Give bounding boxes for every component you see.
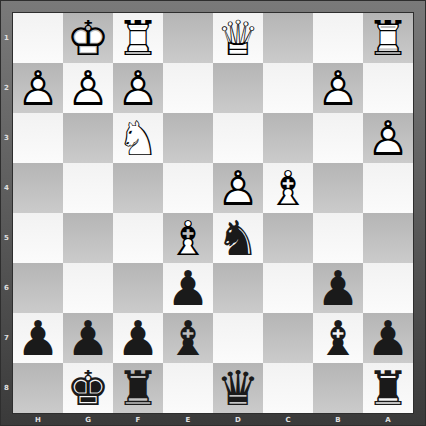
square-h8[interactable]	[13, 363, 63, 413]
white-pawn-b2[interactable]: ♟♙	[313, 63, 363, 113]
rank-label-5: 5	[0, 213, 13, 263]
white-pawn-g2[interactable]: ♟♙	[63, 63, 113, 113]
square-d8[interactable]: ♛	[213, 363, 263, 413]
file-label-a: A	[363, 413, 413, 426]
white-rook-a1[interactable]: ♜♖	[363, 13, 413, 63]
square-e6[interactable]: ♟	[163, 263, 213, 313]
black-bishop-e7[interactable]: ♝	[163, 313, 213, 363]
square-a4[interactable]	[363, 163, 413, 213]
piece-glyph: ♙	[63, 63, 113, 113]
square-d4[interactable]: ♟♙	[213, 163, 263, 213]
file-label-e: E	[163, 413, 213, 426]
square-b3[interactable]	[313, 113, 363, 163]
square-e7[interactable]: ♝	[163, 313, 213, 363]
chess-board-frame: 12345678 ♚♔♜♖♛♕♜♖♟♙♟♙♟♙♟♙♞♘♟♙♟♙♝♗♝♗♞♟♟♟♟…	[0, 0, 426, 426]
square-c8[interactable]	[263, 363, 313, 413]
black-pawn-f7[interactable]: ♟	[113, 313, 163, 363]
white-queen-d1[interactable]: ♛♕	[213, 13, 263, 63]
piece-glyph: ♙	[213, 163, 263, 213]
piece-glyph: ♘	[113, 113, 163, 163]
square-e2[interactable]	[163, 63, 213, 113]
piece-glyph: ♝	[313, 313, 363, 363]
square-e5[interactable]: ♝♗	[163, 213, 213, 263]
piece-glyph: ♕	[213, 13, 263, 63]
piece-glyph: ♚	[63, 363, 113, 413]
file-label-h: H	[13, 413, 63, 426]
white-pawn-f2[interactable]: ♟♙	[113, 63, 163, 113]
piece-glyph: ♜	[113, 363, 163, 413]
square-c7[interactable]	[263, 313, 313, 363]
square-e1[interactable]	[163, 13, 213, 63]
square-f4[interactable]	[113, 163, 163, 213]
white-king-g1[interactable]: ♚♔	[63, 13, 113, 63]
square-g3[interactable]	[63, 113, 113, 163]
file-label-c: C	[263, 413, 313, 426]
square-g6[interactable]	[63, 263, 113, 313]
piece-glyph: ♟	[313, 263, 363, 313]
piece-glyph: ♙	[363, 113, 413, 163]
file-label-b: B	[313, 413, 363, 426]
black-queen-d8[interactable]: ♛	[213, 363, 263, 413]
piece-glyph: ♞	[213, 213, 263, 263]
black-pawn-b6[interactable]: ♟	[313, 263, 363, 313]
piece-glyph: ♜	[363, 363, 413, 413]
square-a1[interactable]: ♜♖	[363, 13, 413, 63]
rank-label-7: 7	[0, 313, 13, 363]
black-bishop-b7[interactable]: ♝	[313, 313, 363, 363]
white-knight-f3[interactable]: ♞♘	[113, 113, 163, 163]
file-label-d: D	[213, 413, 263, 426]
square-b4[interactable]	[313, 163, 363, 213]
rank-label-1: 1	[0, 13, 13, 63]
white-pawn-h2[interactable]: ♟♙	[13, 63, 63, 113]
chess-board: ♚♔♜♖♛♕♜♖♟♙♟♙♟♙♟♙♞♘♟♙♟♙♝♗♝♗♞♟♟♟♟♟♝♝♟♚♜♛♜	[13, 13, 413, 413]
file-label-g: G	[63, 413, 113, 426]
square-h3[interactable]	[13, 113, 63, 163]
black-pawn-a7[interactable]: ♟	[363, 313, 413, 363]
square-g2[interactable]: ♟♙	[63, 63, 113, 113]
square-a6[interactable]	[363, 263, 413, 313]
square-h7[interactable]: ♟	[13, 313, 63, 363]
square-d7[interactable]	[213, 313, 263, 363]
square-c2[interactable]	[263, 63, 313, 113]
square-f5[interactable]	[113, 213, 163, 263]
piece-glyph: ♙	[13, 63, 63, 113]
square-c1[interactable]	[263, 13, 313, 63]
square-c6[interactable]	[263, 263, 313, 313]
square-b6[interactable]: ♟	[313, 263, 363, 313]
piece-glyph: ♗	[263, 163, 313, 213]
square-a5[interactable]	[363, 213, 413, 263]
square-h1[interactable]	[13, 13, 63, 63]
piece-glyph: ♟	[63, 313, 113, 363]
square-c5[interactable]	[263, 213, 313, 263]
square-f6[interactable]	[113, 263, 163, 313]
square-h5[interactable]	[13, 213, 63, 263]
square-c3[interactable]	[263, 113, 313, 163]
square-b5[interactable]	[313, 213, 363, 263]
square-a3[interactable]: ♟♙	[363, 113, 413, 163]
square-f1[interactable]: ♜♖	[113, 13, 163, 63]
square-b2[interactable]: ♟♙	[313, 63, 363, 113]
square-h4[interactable]	[13, 163, 63, 213]
square-d2[interactable]	[213, 63, 263, 113]
piece-glyph: ♟	[13, 313, 63, 363]
square-b1[interactable]	[313, 13, 363, 63]
black-pawn-h7[interactable]: ♟	[13, 313, 63, 363]
square-f8[interactable]: ♜	[113, 363, 163, 413]
square-e3[interactable]	[163, 113, 213, 163]
square-g4[interactable]	[63, 163, 113, 213]
rank-label-8: 8	[0, 363, 13, 413]
square-g5[interactable]	[63, 213, 113, 263]
square-f7[interactable]: ♟	[113, 313, 163, 363]
rank-label-2: 2	[0, 63, 13, 113]
piece-glyph: ♛	[213, 363, 263, 413]
black-pawn-e6[interactable]: ♟	[163, 263, 213, 313]
square-e4[interactable]	[163, 163, 213, 213]
square-d3[interactable]	[213, 113, 263, 163]
piece-glyph: ♔	[63, 13, 113, 63]
square-g8[interactable]: ♚	[63, 363, 113, 413]
piece-glyph: ♗	[163, 213, 213, 263]
piece-glyph: ♝	[163, 313, 213, 363]
square-f2[interactable]: ♟♙	[113, 63, 163, 113]
rank-label-6: 6	[0, 263, 13, 313]
square-d1[interactable]: ♛♕	[213, 13, 263, 63]
square-a7[interactable]: ♟	[363, 313, 413, 363]
square-g1[interactable]: ♚♔	[63, 13, 113, 63]
square-b8[interactable]	[313, 363, 363, 413]
piece-glyph: ♟	[113, 313, 163, 363]
rank-label-3: 3	[0, 113, 13, 163]
square-c4[interactable]: ♝♗	[263, 163, 313, 213]
piece-glyph: ♟	[363, 313, 413, 363]
white-bishop-c4[interactable]: ♝♗	[263, 163, 313, 213]
white-rook-f1[interactable]: ♜♖	[113, 13, 163, 63]
black-knight-d5[interactable]: ♞	[213, 213, 263, 263]
black-pawn-g7[interactable]: ♟	[63, 313, 113, 363]
piece-glyph: ♖	[113, 13, 163, 63]
piece-glyph: ♖	[363, 13, 413, 63]
square-b7[interactable]: ♝	[313, 313, 363, 363]
white-pawn-a3[interactable]: ♟♙	[363, 113, 413, 163]
square-g7[interactable]: ♟	[63, 313, 113, 363]
piece-glyph: ♙	[113, 63, 163, 113]
square-h2[interactable]: ♟♙	[13, 63, 63, 113]
black-rook-f8[interactable]: ♜	[113, 363, 163, 413]
piece-glyph: ♙	[313, 63, 363, 113]
square-d5[interactable]: ♞	[213, 213, 263, 263]
black-rook-a8[interactable]: ♜	[363, 363, 413, 413]
white-pawn-d4[interactable]: ♟♙	[213, 163, 263, 213]
square-e8[interactable]	[163, 363, 213, 413]
square-a2[interactable]	[363, 63, 413, 113]
rank-label-4: 4	[0, 163, 13, 213]
file-label-f: F	[113, 413, 163, 426]
square-d6[interactable]	[213, 263, 263, 313]
square-a8[interactable]: ♜	[363, 363, 413, 413]
white-bishop-e5[interactable]: ♝♗	[163, 213, 213, 263]
black-king-g8[interactable]: ♚	[63, 363, 113, 413]
piece-glyph: ♟	[163, 263, 213, 313]
square-f3[interactable]: ♞♘	[113, 113, 163, 163]
square-h6[interactable]	[13, 263, 63, 313]
